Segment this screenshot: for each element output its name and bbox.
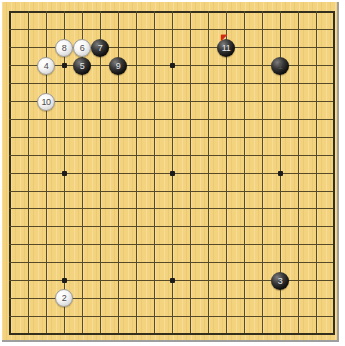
move-number-label: 9 [116,62,121,71]
move-number-label: 11 [222,44,230,53]
move-number-label: 1 [278,62,283,71]
move-number-label: 10 [41,98,50,107]
star-point [170,63,175,68]
move-number-label: 3 [278,277,283,286]
stone-black-move-1: 1 [271,57,289,75]
star-point [62,278,67,283]
star-point [62,63,67,68]
move-number-label: 7 [98,44,103,53]
stone-white-move-8: 8 [55,39,73,57]
grid-line-vertical [316,11,317,335]
grid-line-vertical [190,11,191,335]
grid-line-horizontal [9,333,335,335]
grid-line-vertical [244,11,245,335]
star-point [170,171,175,176]
stone-white-move-2: 2 [55,289,73,307]
grid-line-horizontal [9,244,335,245]
grid-line-horizontal [9,262,335,263]
move-number-label: 2 [62,294,67,303]
stone-white-move-6: 6 [73,39,91,57]
grid-line-vertical [208,11,209,335]
go-board[interactable]: 1234567891011◤ [2,2,339,342]
stone-white-move-4: 4 [37,57,55,75]
move-number-label: 6 [80,44,85,53]
go-diagram-screenshot: 1234567891011◤ [0,0,345,346]
move-number-label: 5 [80,62,85,71]
star-point [62,171,67,176]
stone-black-move-11: 11◤ [217,39,235,57]
move-number-label: 8 [62,44,67,53]
star-point [170,278,175,283]
grid-line-vertical [262,11,263,335]
grid-line-vertical [333,11,335,335]
stone-white-move-10: 10 [37,93,55,111]
stone-black-move-7: 7 [91,39,109,57]
stone-black-move-5: 5 [73,57,91,75]
grid-line-horizontal [9,191,335,192]
last-move-triangle-icon: ◤ [221,34,227,42]
grid-line-horizontal [9,208,335,209]
move-number-label: 4 [44,62,49,71]
stone-black-move-9: 9 [109,57,127,75]
grid-line-horizontal [9,316,335,317]
grid-line-vertical [226,11,227,335]
grid-line-vertical [298,11,299,335]
star-point [278,171,283,176]
grid-line-horizontal [9,226,335,227]
stone-black-move-3: 3 [271,272,289,290]
